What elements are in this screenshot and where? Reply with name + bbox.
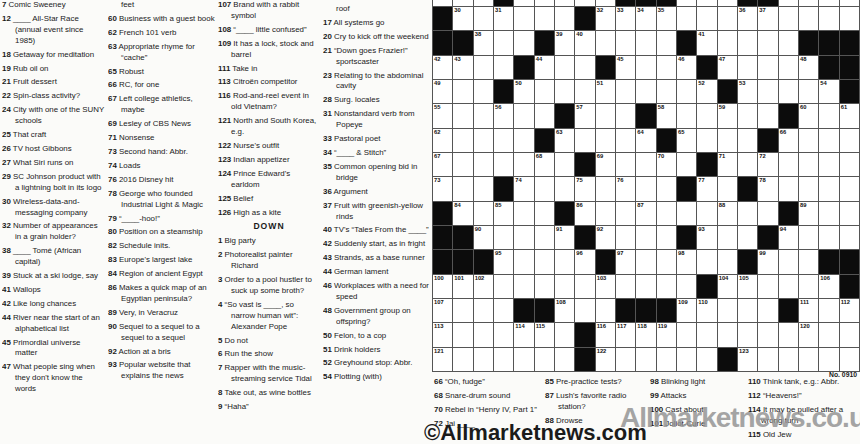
cell-r10c14[interactable]: 93 <box>697 226 717 250</box>
cell-r5c8[interactable]: 57 <box>575 104 595 128</box>
cell-r0c18[interactable] <box>779 0 799 7</box>
cell-r14c19[interactable]: 120 <box>799 323 819 347</box>
cell-r10c16[interactable] <box>738 226 758 250</box>
cell-r8c9[interactable] <box>596 177 616 201</box>
cell-r12c2[interactable]: 101 <box>453 275 473 299</box>
cell-r9c15[interactable]: 88 <box>718 202 738 226</box>
clue-9: 9 “Haha” <box>218 402 320 413</box>
cell-r10c18[interactable]: 94 <box>779 226 799 250</box>
clue-82: 82 Schedule inits. <box>108 241 215 252</box>
cell-r9c12[interactable] <box>657 202 677 226</box>
cell-r9c21[interactable] <box>840 202 860 226</box>
cell-r6c19[interactable] <box>799 129 819 153</box>
clue-85: 85 Pre-practice tests? <box>545 377 647 388</box>
cell-r13c20[interactable] <box>819 299 839 323</box>
cell-r2c18[interactable] <box>779 31 799 55</box>
cell-r9c20[interactable] <box>819 202 839 226</box>
cell-r14c2[interactable] <box>453 323 473 347</box>
cell-r5c5[interactable] <box>514 104 534 128</box>
cell-r10c10[interactable] <box>616 226 636 250</box>
cell-r15c21[interactable] <box>840 348 860 372</box>
cell-r6c18[interactable]: 66 <box>779 129 799 153</box>
cell-r3c12[interactable] <box>657 56 677 80</box>
cell-r1c14[interactable] <box>697 7 717 31</box>
cell-r9c7 <box>555 202 575 226</box>
cell-r0c14[interactable] <box>697 0 717 7</box>
cell-r0c3[interactable] <box>474 0 494 7</box>
cell-r4c5[interactable]: 50 <box>514 80 534 104</box>
cell-r11c19[interactable] <box>799 250 819 274</box>
cell-r7c9[interactable]: 69 <box>596 153 616 177</box>
cell-r13c7[interactable]: 108 <box>555 299 575 323</box>
cell-r8c2[interactable] <box>453 177 473 201</box>
cell-r12c6[interactable] <box>535 275 555 299</box>
cell-r2c14[interactable]: 41 <box>697 31 717 55</box>
cell-r12c20[interactable]: 106 <box>819 275 839 299</box>
cell-r14c16[interactable] <box>738 323 758 347</box>
cell-r0c19[interactable] <box>799 0 819 7</box>
cell-r5c21[interactable]: 61 <box>840 104 860 128</box>
cell-r7c12[interactable]: 70 <box>657 153 677 177</box>
cell-r14c5[interactable]: 114 <box>514 323 534 347</box>
cell-r14c7[interactable] <box>555 323 575 347</box>
cell-r5c19[interactable]: 60 <box>799 104 819 128</box>
clue-84: 84 Region of ancient Egypt <box>108 269 215 280</box>
cell-r9c5[interactable] <box>514 202 534 226</box>
cell-r14c10[interactable]: 117 <box>616 323 636 347</box>
cell-number-87: 87 <box>637 202 643 208</box>
cell-r4c16[interactable]: 53 <box>738 80 758 104</box>
cell-r9c14[interactable] <box>697 202 717 226</box>
cell-r7c6[interactable]: 68 <box>535 153 555 177</box>
cell-r4c13[interactable] <box>677 80 697 104</box>
cell-r0c21[interactable] <box>840 0 860 7</box>
cell-r6c21[interactable] <box>840 129 860 153</box>
cell-r10c9[interactable]: 92 <box>596 226 616 250</box>
cell-r2c5[interactable] <box>514 31 534 55</box>
cell-r0c2[interactable] <box>453 0 473 7</box>
cell-r5c15[interactable]: 59 <box>718 104 738 128</box>
cell-r12c19[interactable] <box>799 275 819 299</box>
cell-r13c21[interactable]: 112 <box>840 299 860 323</box>
cell-r8c20[interactable] <box>819 177 839 201</box>
cell-r11c14[interactable] <box>697 250 717 274</box>
cell-r9c2[interactable]: 84 <box>453 202 473 226</box>
cell-r11c7[interactable] <box>555 250 575 274</box>
cell-r14c12[interactable]: 119 <box>657 323 677 347</box>
clue-22: 22 Spin-class activity? <box>2 91 105 102</box>
cell-r1c18[interactable] <box>779 7 799 31</box>
cell-r15c20[interactable] <box>819 348 839 372</box>
cell-r6c11[interactable]: 64 <box>636 129 656 153</box>
cell-r12c7[interactable] <box>555 275 575 299</box>
cell-r0c1[interactable] <box>433 0 453 7</box>
cell-r5c4[interactable]: 56 <box>494 104 514 128</box>
cell-r3c4[interactable] <box>494 56 514 80</box>
cell-r8c15[interactable] <box>718 177 738 201</box>
clue-51: 51 Drink holders <box>323 345 430 356</box>
cell-r9c13[interactable] <box>677 202 697 226</box>
cell-number-76: 76 <box>617 177 623 183</box>
cell-r13c3[interactable] <box>474 299 494 323</box>
cell-r1c4[interactable]: 31 <box>494 7 514 31</box>
cell-r2c3[interactable]: 38 <box>474 31 494 55</box>
cell-r3c7[interactable] <box>555 56 575 80</box>
cell-r12c9[interactable]: 103 <box>596 275 616 299</box>
cell-r8c6[interactable] <box>535 177 555 201</box>
cell-r13c1[interactable]: 107 <box>433 299 453 323</box>
cell-r10c11[interactable] <box>636 226 656 250</box>
cell-r11c5[interactable] <box>514 250 534 274</box>
cell-r1c16[interactable]: 36 <box>738 7 758 31</box>
cell-r1c19[interactable] <box>799 7 819 31</box>
cell-r9c6[interactable] <box>535 202 555 226</box>
cell-r8c21[interactable] <box>840 177 860 201</box>
cell-r7c21[interactable] <box>840 153 860 177</box>
cell-r0c8[interactable] <box>575 0 595 7</box>
cell-r5c17[interactable] <box>758 104 778 128</box>
cell-r2c9[interactable] <box>596 31 616 55</box>
cell-r4c2[interactable] <box>453 80 473 104</box>
cell-r5c2[interactable] <box>453 104 473 128</box>
cell-r14c13[interactable] <box>677 323 697 347</box>
cell-r15c11[interactable] <box>636 348 656 372</box>
cell-r1c3[interactable] <box>474 7 494 31</box>
cell-r7c15[interactable]: 71 <box>718 153 738 177</box>
cell-r14c15[interactable] <box>718 323 738 347</box>
cell-r14c14[interactable] <box>697 323 717 347</box>
cell-r1c7[interactable] <box>555 7 575 31</box>
cell-number-114: 114 <box>515 323 524 329</box>
cell-r5c6[interactable] <box>535 104 555 128</box>
cell-r5c13[interactable] <box>677 104 697 128</box>
cell-r8c18[interactable] <box>779 177 799 201</box>
cell-r5c1[interactable]: 55 <box>433 104 453 128</box>
cell-r10c17 <box>758 226 778 250</box>
cell-r7c19[interactable] <box>799 153 819 177</box>
cell-r1c2[interactable]: 30 <box>453 7 473 31</box>
cell-r6c4[interactable] <box>494 129 514 153</box>
cell-r10c3[interactable]: 90 <box>474 226 494 250</box>
cell-r6c9[interactable] <box>596 129 616 153</box>
cell-r6c5[interactable] <box>514 129 534 153</box>
cell-r8c11[interactable] <box>636 177 656 201</box>
cell-r8c1[interactable]: 73 <box>433 177 453 201</box>
cell-r6c8[interactable] <box>575 129 595 153</box>
cell-r10c6[interactable] <box>535 226 555 250</box>
cell-r8c7[interactable] <box>555 177 575 201</box>
cell-number-61: 61 <box>841 104 847 110</box>
cell-r2c10[interactable] <box>616 31 636 55</box>
cell-r14c3[interactable] <box>474 323 494 347</box>
cell-r2c12[interactable] <box>657 31 677 55</box>
cell-r11c17[interactable]: 99 <box>758 250 778 274</box>
cell-r2c16[interactable] <box>738 31 758 55</box>
cell-r0c5[interactable] <box>514 0 534 7</box>
cell-r7c4[interactable] <box>494 153 514 177</box>
cell-r3c13[interactable]: 46 <box>677 56 697 80</box>
cell-r8c12[interactable] <box>657 177 677 201</box>
cell-r8c5[interactable]: 74 <box>514 177 534 201</box>
cell-r1c6[interactable] <box>535 7 555 31</box>
cell-r1c15[interactable] <box>718 7 738 31</box>
cell-r5c20[interactable] <box>819 104 839 128</box>
cell-r0c7[interactable] <box>555 0 575 7</box>
cell-r13c17[interactable] <box>758 299 778 323</box>
cell-r12c8[interactable] <box>575 275 595 299</box>
cell-r12c18[interactable] <box>779 275 799 299</box>
cell-r8c17[interactable]: 78 <box>758 177 778 201</box>
cell-number-90: 90 <box>475 226 481 232</box>
cell-r10c4[interactable] <box>494 226 514 250</box>
cell-r15c13[interactable] <box>677 348 697 372</box>
cell-r13c9[interactable] <box>596 299 616 323</box>
cell-r2c11[interactable] <box>636 31 656 55</box>
cell-r15c17[interactable] <box>758 348 778 372</box>
cell-r5c14[interactable] <box>697 104 717 128</box>
cell-r4c8[interactable] <box>575 80 595 104</box>
cell-r2c8[interactable]: 40 <box>575 31 595 55</box>
cell-r12c17[interactable] <box>758 275 778 299</box>
cell-r13c13[interactable]: 109 <box>677 299 697 323</box>
cell-r9c11[interactable]: 87 <box>636 202 656 226</box>
cell-r3c16[interactable] <box>738 56 758 80</box>
cell-r7c1[interactable]: 67 <box>433 153 453 177</box>
cell-r3c3[interactable] <box>474 56 494 80</box>
cell-r7c7[interactable] <box>555 153 575 177</box>
cell-r7c20[interactable] <box>819 153 839 177</box>
cell-r4c9[interactable]: 51 <box>596 80 616 104</box>
cell-r2c15[interactable] <box>718 31 738 55</box>
cell-r7c10[interactable] <box>616 153 636 177</box>
cell-r15c1[interactable]: 121 <box>433 348 453 372</box>
cell-r1c21[interactable] <box>840 7 860 31</box>
cell-r5c10[interactable] <box>616 104 636 128</box>
cell-r5c9[interactable] <box>596 104 616 128</box>
cell-r12c16[interactable]: 105 <box>738 275 758 299</box>
cell-r12c13[interactable] <box>677 275 697 299</box>
clue-32: 32 Number of appearances in a grain hold… <box>2 221 105 243</box>
cell-r12c12[interactable] <box>657 275 677 299</box>
cell-number-56: 56 <box>495 104 501 110</box>
cell-r1c5[interactable] <box>514 7 534 31</box>
cell-r10c15[interactable] <box>718 226 738 250</box>
cell-number-102: 102 <box>475 275 485 281</box>
cell-r3c1[interactable]: 42 <box>433 56 453 80</box>
cell-r10c20[interactable] <box>819 226 839 250</box>
cell-r0c6[interactable] <box>535 0 555 7</box>
cell-r11c15[interactable] <box>718 250 738 274</box>
cell-r15c19[interactable] <box>799 348 819 372</box>
cell-r9c17[interactable] <box>758 202 778 226</box>
cell-r13c14[interactable]: 110 <box>697 299 717 323</box>
cell-r4c1[interactable]: 49 <box>433 80 453 104</box>
cell-r6c13[interactable]: 65 <box>677 129 697 153</box>
cell-r3c11[interactable] <box>636 56 656 80</box>
cell-r14c11[interactable]: 118 <box>636 323 656 347</box>
cell-r11c4[interactable]: 95 <box>494 250 514 274</box>
cell-r4c11[interactable] <box>636 80 656 104</box>
cell-r10c5[interactable] <box>514 226 534 250</box>
cell-r15c4[interactable] <box>494 348 514 372</box>
cell-r3c10[interactable]: 45 <box>616 56 636 80</box>
cell-r6c20[interactable] <box>819 129 839 153</box>
cell-r5c12[interactable]: 58 <box>657 104 677 128</box>
cell-r11c11[interactable] <box>636 250 656 274</box>
clue-125: 125 Belief <box>218 194 320 205</box>
cell-r12c4[interactable] <box>494 275 514 299</box>
cell-r1c11[interactable]: 34 <box>636 7 656 31</box>
cell-r14c9[interactable]: 116 <box>596 323 616 347</box>
cell-r3c6[interactable]: 44 <box>535 56 555 80</box>
cell-r12c3[interactable]: 102 <box>474 275 494 299</box>
cell-r7c11[interactable] <box>636 153 656 177</box>
cell-r15c12[interactable] <box>657 348 677 372</box>
cell-r15c18[interactable] <box>779 348 799 372</box>
cell-r6c7[interactable]: 63 <box>555 129 575 153</box>
cell-r8c14[interactable]: 77 <box>697 177 717 201</box>
cell-r3c18[interactable] <box>779 56 799 80</box>
cell-r14c6[interactable]: 115 <box>535 323 555 347</box>
cell-r7c3[interactable] <box>474 153 494 177</box>
cell-r11c13[interactable]: 98 <box>677 250 697 274</box>
clue-79: 79 “____-hoo!” <box>108 214 215 225</box>
cell-r6c10[interactable] <box>616 129 636 153</box>
cell-r9c3[interactable] <box>474 202 494 226</box>
cell-r0c13[interactable] <box>677 0 697 7</box>
cell-r4c3[interactable] <box>474 80 494 104</box>
cell-r15c14[interactable] <box>697 348 717 372</box>
clue-76: 76 2016 Disney hit <box>108 175 215 186</box>
cell-r13c19[interactable]: 111 <box>799 299 819 323</box>
cell-r3c19[interactable]: 48 <box>799 56 819 80</box>
cell-r4c19[interactable] <box>799 80 819 104</box>
cell-r0c9[interactable] <box>596 0 616 7</box>
cell-r13c8[interactable] <box>575 299 595 323</box>
cell-r4c14[interactable]: 52 <box>697 80 717 104</box>
cell-r10c21[interactable] <box>840 226 860 250</box>
cell-r13c15[interactable] <box>718 299 738 323</box>
cell-number-84: 84 <box>454 202 460 208</box>
cell-r12c5[interactable] <box>514 275 534 299</box>
cell-r1c12[interactable]: 35 <box>657 7 677 31</box>
cell-r15c3[interactable] <box>474 348 494 372</box>
cell-r7c5[interactable] <box>514 153 534 177</box>
cell-number-54: 54 <box>820 80 826 86</box>
cell-r6c12 <box>657 129 677 153</box>
cell-r12c10[interactable] <box>616 275 636 299</box>
cell-r7c16[interactable] <box>738 153 758 177</box>
cell-r4c17[interactable] <box>758 80 778 104</box>
cell-r10c12[interactable] <box>657 226 677 250</box>
cell-r6c3[interactable] <box>474 129 494 153</box>
cell-r6c2[interactable] <box>453 129 473 153</box>
cell-r4c12[interactable] <box>657 80 677 104</box>
cell-r12c11[interactable] <box>636 275 656 299</box>
cell-r7c18[interactable] <box>779 153 799 177</box>
cell-r1c10[interactable]: 33 <box>616 7 636 31</box>
cell-r3c17[interactable] <box>758 56 778 80</box>
cell-r4c6[interactable] <box>535 80 555 104</box>
cell-r9c16[interactable] <box>738 202 758 226</box>
cell-r11c12[interactable] <box>657 250 677 274</box>
cell-r4c7[interactable] <box>555 80 575 104</box>
cell-r9c9[interactable] <box>596 202 616 226</box>
cell-r2c1 <box>433 31 453 55</box>
cell-r6c16[interactable] <box>738 129 758 153</box>
cell-r2c7[interactable]: 39 <box>555 31 575 55</box>
cell-r9c8[interactable]: 86 <box>575 202 595 226</box>
cell-r15c5[interactable] <box>514 348 534 372</box>
cell-r6c15[interactable] <box>718 129 738 153</box>
cell-r7c2[interactable] <box>453 153 473 177</box>
cell-r10c7[interactable]: 91 <box>555 226 575 250</box>
cell-r13c4[interactable] <box>494 299 514 323</box>
cell-r6c14[interactable] <box>697 129 717 153</box>
cell-r15c16[interactable]: 123 <box>738 348 758 372</box>
cell-r12c1[interactable]: 100 <box>433 275 453 299</box>
cell-r1c20[interactable] <box>819 7 839 31</box>
cell-r14c4[interactable] <box>494 323 514 347</box>
cell-r1c17[interactable]: 37 <box>758 7 778 31</box>
cell-r13c16[interactable] <box>738 299 758 323</box>
cell-r15c2[interactable] <box>453 348 473 372</box>
cell-r3c2[interactable]: 43 <box>453 56 473 80</box>
cell-r15c6[interactable] <box>535 348 555 372</box>
cell-r11c10[interactable]: 97 <box>616 250 636 274</box>
cell-r15c10[interactable] <box>616 348 636 372</box>
cell-r15c7[interactable] <box>555 348 575 372</box>
cell-r8c3[interactable] <box>474 177 494 201</box>
cell-r14c17[interactable] <box>758 323 778 347</box>
cell-r2c17[interactable] <box>758 31 778 55</box>
cell-r4c20[interactable]: 54 <box>819 80 839 104</box>
cell-r11c18[interactable] <box>779 250 799 274</box>
cell-r9c19[interactable]: 89 <box>799 202 819 226</box>
cell-r13c2[interactable] <box>453 299 473 323</box>
cell-r8c10[interactable]: 76 <box>616 177 636 201</box>
cell-r1c9[interactable]: 32 <box>596 7 616 31</box>
cell-r0c20[interactable] <box>819 0 839 7</box>
cell-r8c8[interactable]: 75 <box>575 177 595 201</box>
cell-r9c10[interactable] <box>616 202 636 226</box>
cell-r10c19[interactable] <box>799 226 819 250</box>
cell-r7c17[interactable]: 72 <box>758 153 778 177</box>
cell-r6c1[interactable]: 62 <box>433 129 453 153</box>
cell-r1c13[interactable] <box>677 7 697 31</box>
cell-r14c21[interactable] <box>840 323 860 347</box>
cell-r9c4[interactable]: 85 <box>494 202 514 226</box>
cell-r4c18[interactable] <box>779 80 799 104</box>
cell-r11c6[interactable] <box>535 250 555 274</box>
cell-r8c19[interactable] <box>799 177 819 201</box>
cell-r12c14 <box>697 275 717 299</box>
cell-r3c15[interactable]: 47 <box>718 56 738 80</box>
cell-r2c4[interactable] <box>494 31 514 55</box>
cell-r14c20[interactable] <box>819 323 839 347</box>
cell-r0c15[interactable] <box>718 0 738 7</box>
cell-r12c15[interactable]: 104 <box>718 275 738 299</box>
cell-r14c1[interactable]: 113 <box>433 323 453 347</box>
cell-r3c8[interactable] <box>575 56 595 80</box>
cell-r5c3[interactable] <box>474 104 494 128</box>
cell-r15c9[interactable]: 122 <box>596 348 616 372</box>
cell-r14c18[interactable] <box>779 323 799 347</box>
cell-r5c16[interactable] <box>738 104 758 128</box>
cell-r4c10[interactable] <box>616 80 636 104</box>
cell-r11c8[interactable]: 96 <box>575 250 595 274</box>
cell-r7c13[interactable] <box>677 153 697 177</box>
